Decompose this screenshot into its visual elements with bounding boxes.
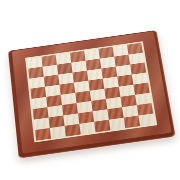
square-f6[interactable]	[101, 67, 117, 79]
square-b1[interactable]	[50, 126, 66, 139]
square-b8[interactable]	[41, 55, 56, 67]
square-c7[interactable]	[57, 63, 73, 75]
square-g1[interactable]	[124, 116, 141, 129]
square-e1[interactable]	[94, 120, 110, 133]
square-h2[interactable]	[137, 103, 153, 115]
chess-board	[8, 30, 175, 158]
board-frame	[12, 31, 172, 153]
square-d2[interactable]	[78, 111, 94, 124]
square-g3[interactable]	[120, 95, 136, 107]
square-c5[interactable]	[59, 83, 75, 95]
square-c1[interactable]	[65, 124, 81, 137]
photo-background	[0, 0, 180, 180]
board-grid	[27, 43, 155, 141]
square-a1[interactable]	[35, 128, 51, 141]
square-f1[interactable]	[109, 118, 125, 131]
maple-inlay-line	[25, 41, 157, 142]
square-h1[interactable]	[138, 113, 155, 126]
square-d1[interactable]	[79, 122, 95, 135]
